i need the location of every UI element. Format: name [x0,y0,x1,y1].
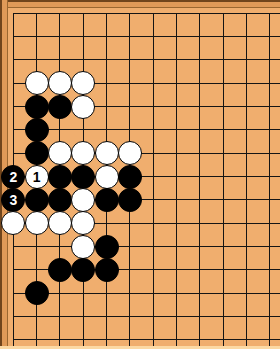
stone-black-numbered: 2 [1,165,25,189]
stone-black [48,95,72,119]
stone-black [118,165,142,189]
stone-black [118,188,142,212]
stone-white [48,71,72,95]
stone-white [71,188,95,212]
stone-white [71,235,95,259]
stone-black [95,188,119,212]
stone-white [25,71,49,95]
stone-white [1,211,25,235]
stone-black-numbered: 3 [1,188,25,212]
stone-white [95,141,119,165]
stone-white [48,141,72,165]
stone-black [25,118,49,142]
stone-white [71,211,95,235]
stone-white-numbered: 1 [25,165,49,189]
stone-black [71,165,95,189]
stone-black [95,235,119,259]
go-board: 213 [0,0,280,349]
stone-black [25,188,49,212]
stones-layer: 213 [0,0,280,349]
stone-black [25,281,49,305]
stone-white [71,95,95,119]
stone-black [48,258,72,282]
stone-white [48,211,72,235]
stone-white [95,165,119,189]
stone-white [118,141,142,165]
stone-white [71,141,95,165]
stone-black [71,258,95,282]
stone-black [48,188,72,212]
stone-white [71,71,95,95]
stone-black [25,141,49,165]
stone-white [25,211,49,235]
stone-black [48,165,72,189]
stone-black [95,258,119,282]
stone-black [25,95,49,119]
